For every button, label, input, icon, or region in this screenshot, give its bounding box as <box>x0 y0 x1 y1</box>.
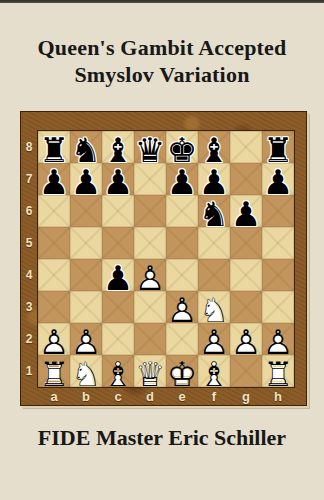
square-f7: ♟ <box>198 163 230 195</box>
square-g3 <box>230 291 262 323</box>
book-title: Queen's Gambit Accepted Smyslov Variatio… <box>0 34 324 88</box>
square-a4 <box>38 259 70 291</box>
square-d5 <box>134 227 166 259</box>
square-c5 <box>102 227 134 259</box>
square-e7: ♟ <box>166 163 198 195</box>
square-a1: ♜♖ <box>38 355 70 387</box>
rank-labels: 87654321 <box>21 131 37 387</box>
file-label-h: h <box>262 389 294 404</box>
white-rook-h1: ♜♖ <box>263 357 293 391</box>
author-name: FIDE Master Eric Schiller <box>0 425 324 451</box>
file-label-g: g <box>230 389 262 404</box>
white-knight-b1: ♞♘ <box>71 357 101 391</box>
square-b3 <box>70 291 102 323</box>
square-d8: ♛ <box>134 131 166 163</box>
square-d4: ♟♙ <box>134 259 166 291</box>
black-pawn-h7: ♟ <box>263 165 293 199</box>
rank-label-6: 6 <box>21 195 37 227</box>
rank-label-7: 7 <box>21 163 37 195</box>
square-b2: ♟♙ <box>70 323 102 355</box>
chess-board: ♜♞♝♛♚♝♜♟♟♟♟♟♟♞♟♟♟♙♟♙♞♘♟♙♟♙♟♙♟♙♟♙♜♖♞♘♝♗♛♕… <box>37 130 295 388</box>
square-h3 <box>262 291 294 323</box>
square-h1: ♜♖ <box>262 355 294 387</box>
file-label-c: c <box>102 389 134 404</box>
square-d2 <box>134 323 166 355</box>
piece-outline: ♖ <box>263 354 293 394</box>
square-a5 <box>38 227 70 259</box>
square-d1: ♛♕ <box>134 355 166 387</box>
white-pawn-e3: ♟♙ <box>167 293 197 327</box>
square-e2 <box>166 323 198 355</box>
square-c6 <box>102 195 134 227</box>
black-queen-d8: ♛ <box>135 133 165 167</box>
black-pawn-a7: ♟ <box>39 165 69 199</box>
file-label-a: a <box>38 389 70 404</box>
cover-top-edge <box>0 0 324 3</box>
square-e6 <box>166 195 198 227</box>
square-d3 <box>134 291 166 323</box>
square-a2: ♟♙ <box>38 323 70 355</box>
square-h4 <box>262 259 294 291</box>
square-h6 <box>262 195 294 227</box>
piece-outline: ♖ <box>39 354 69 394</box>
square-a7: ♟ <box>38 163 70 195</box>
square-b7: ♟ <box>70 163 102 195</box>
piece-outline: ♕ <box>135 354 165 394</box>
square-b4 <box>70 259 102 291</box>
square-d7 <box>134 163 166 195</box>
square-g5 <box>230 227 262 259</box>
file-label-f: f <box>198 389 230 404</box>
square-f4 <box>198 259 230 291</box>
white-pawn-g2: ♟♙ <box>231 325 261 359</box>
book-cover: { "game": "chess", "cover": { "title_lin… <box>0 0 324 500</box>
white-rook-a1: ♜♖ <box>39 357 69 391</box>
white-king-e1: ♚♔ <box>167 357 197 391</box>
square-c8: ♝ <box>102 131 134 163</box>
white-pawn-d4: ♟♙ <box>135 261 165 295</box>
square-c3 <box>102 291 134 323</box>
square-b5 <box>70 227 102 259</box>
square-g7 <box>230 163 262 195</box>
square-a3 <box>38 291 70 323</box>
square-e8: ♚ <box>166 131 198 163</box>
file-label-d: d <box>134 389 166 404</box>
square-b8: ♞ <box>70 131 102 163</box>
white-queen-d1: ♛♕ <box>135 357 165 391</box>
piece-outline: ♗ <box>199 354 229 394</box>
square-f1: ♝♗ <box>198 355 230 387</box>
rank-label-4: 4 <box>21 259 37 291</box>
white-bishop-c1: ♝♗ <box>103 357 133 391</box>
black-pawn-e7: ♟ <box>167 165 197 199</box>
square-f6: ♞ <box>198 195 230 227</box>
square-c2 <box>102 323 134 355</box>
black-knight-f6: ♞ <box>199 197 229 231</box>
rank-label-8: 8 <box>21 131 37 163</box>
rank-label-3: 3 <box>21 291 37 323</box>
square-h7: ♟ <box>262 163 294 195</box>
black-pawn-b7: ♟ <box>71 165 101 199</box>
square-b1: ♞♘ <box>70 355 102 387</box>
square-c1: ♝♗ <box>102 355 134 387</box>
rank-label-5: 5 <box>21 227 37 259</box>
piece-outline: ♘ <box>71 354 101 394</box>
black-pawn-c7: ♟ <box>103 165 133 199</box>
square-g4 <box>230 259 262 291</box>
square-f8: ♝ <box>198 131 230 163</box>
book-title-line1: Queen's Gambit Accepted <box>0 34 324 61</box>
file-label-b: b <box>70 389 102 404</box>
black-pawn-g6: ♟ <box>231 197 261 231</box>
square-e1: ♚♔ <box>166 355 198 387</box>
black-pawn-c4: ♟ <box>103 261 133 295</box>
square-h2: ♟♙ <box>262 323 294 355</box>
rank-label-2: 2 <box>21 323 37 355</box>
square-e4 <box>166 259 198 291</box>
square-f2: ♟♙ <box>198 323 230 355</box>
square-e5 <box>166 227 198 259</box>
rank-label-1: 1 <box>21 355 37 387</box>
square-f3: ♞♘ <box>198 291 230 323</box>
square-b6 <box>70 195 102 227</box>
chess-board-frame: 87654321 ♜♞♝♛♚♝♜♟♟♟♟♟♟♞♟♟♟♙♟♙♞♘♟♙♟♙♟♙♟♙♟… <box>20 111 307 406</box>
square-g2: ♟♙ <box>230 323 262 355</box>
square-c4: ♟ <box>102 259 134 291</box>
piece-outline: ♔ <box>167 354 197 394</box>
square-g6: ♟ <box>230 195 262 227</box>
white-bishop-f1: ♝♗ <box>199 357 229 391</box>
piece-outline: ♗ <box>103 354 133 394</box>
file-labels: abcdefgh <box>38 389 294 404</box>
square-e3: ♟♙ <box>166 291 198 323</box>
book-title-line2: Smyslov Variation <box>0 61 324 88</box>
square-h5 <box>262 227 294 259</box>
square-a8: ♜ <box>38 131 70 163</box>
file-label-e: e <box>166 389 198 404</box>
square-g8 <box>230 131 262 163</box>
square-f5 <box>198 227 230 259</box>
square-a6 <box>38 195 70 227</box>
square-h8: ♜ <box>262 131 294 163</box>
square-d6 <box>134 195 166 227</box>
square-g1 <box>230 355 262 387</box>
square-c7: ♟ <box>102 163 134 195</box>
